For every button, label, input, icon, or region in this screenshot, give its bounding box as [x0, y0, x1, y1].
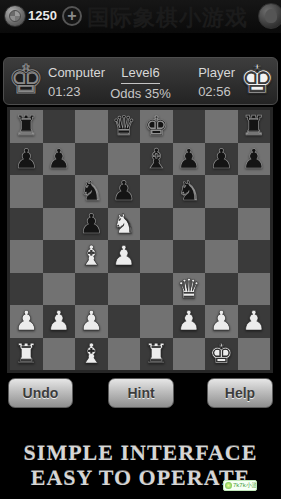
square-e3[interactable] — [140, 273, 173, 306]
square-c8[interactable] — [75, 110, 108, 143]
square-c3[interactable] — [75, 273, 108, 306]
piece-black-king: ♚ — [144, 110, 168, 142]
board-frame: ♜♛♚♜♟♟♝♟♟♟♞♟♞♟♞♝♟♛♟♟♟♟♟♟♜♝♜♚ — [7, 107, 273, 373]
square-h3[interactable] — [238, 273, 271, 306]
square-b1[interactable] — [43, 338, 76, 371]
piece-black-pawn: ♟ — [242, 143, 266, 175]
square-e2[interactable] — [140, 305, 173, 338]
piece-white-pawn: ♟ — [209, 305, 233, 337]
piece-white-bishop: ♝ — [79, 338, 103, 370]
square-h5[interactable] — [238, 208, 271, 241]
add-coins-button[interactable]: + — [62, 6, 82, 26]
help-button[interactable]: Help — [207, 378, 273, 408]
square-a8[interactable]: ♜ — [10, 110, 43, 143]
slogan-line-1: SIMPLE INTERFACE — [0, 440, 281, 466]
square-f3[interactable]: ♛ — [173, 273, 206, 306]
piece-white-king: ♚ — [209, 338, 233, 370]
square-h6[interactable] — [238, 175, 271, 208]
square-c6[interactable]: ♞ — [75, 175, 108, 208]
square-g3[interactable] — [205, 273, 238, 306]
piece-black-queen: ♛ — [112, 110, 136, 142]
player-clock: 02:56 — [198, 82, 235, 101]
square-b3[interactable] — [43, 273, 76, 306]
piece-white-pawn: ♟ — [14, 305, 38, 337]
medal-icon[interactable] — [258, 3, 281, 29]
undo-button[interactable]: Undo — [8, 378, 73, 408]
square-a6[interactable] — [10, 175, 43, 208]
square-e1[interactable]: ♜ — [140, 338, 173, 371]
coin-icon — [4, 5, 26, 27]
square-g7[interactable]: ♟ — [205, 143, 238, 176]
square-a4[interactable] — [10, 240, 43, 273]
watermark-icon — [225, 482, 232, 489]
piece-white-bishop: ♝ — [79, 240, 103, 272]
piece-black-pawn: ♟ — [177, 143, 201, 175]
square-a5[interactable] — [10, 208, 43, 241]
square-f8[interactable] — [173, 110, 206, 143]
square-d5[interactable]: ♞ — [108, 208, 141, 241]
game-status-panel: ♚ Computer 01:23 Level6 Odds 35% Player … — [3, 57, 278, 105]
square-c2[interactable]: ♟ — [75, 305, 108, 338]
square-a1[interactable]: ♜ — [10, 338, 43, 371]
piece-black-pawn: ♟ — [209, 143, 233, 175]
square-e4[interactable] — [140, 240, 173, 273]
square-b5[interactable] — [43, 208, 76, 241]
piece-white-rook: ♜ — [14, 338, 38, 370]
square-a3[interactable] — [10, 273, 43, 306]
square-g8[interactable] — [205, 110, 238, 143]
square-f5[interactable] — [173, 208, 206, 241]
piece-black-knight: ♞ — [79, 175, 103, 207]
piece-black-pawn: ♟ — [47, 143, 71, 175]
watermark-badge: 7k7k小游戏 — [223, 480, 257, 491]
square-h2[interactable]: ♟ — [238, 305, 271, 338]
square-a2[interactable]: ♟ — [10, 305, 43, 338]
square-e7[interactable]: ♝ — [140, 143, 173, 176]
top-bar: 1250 + 国际象棋小游戏 — [0, 0, 281, 33]
watermark-text: 7k7k小游戏 — [233, 481, 257, 490]
piece-black-pawn: ♟ — [112, 175, 136, 207]
square-b7[interactable]: ♟ — [43, 143, 76, 176]
piece-white-pawn: ♟ — [177, 305, 201, 337]
app-title: 国际象棋小游戏 — [87, 3, 248, 33]
square-d7[interactable] — [108, 143, 141, 176]
piece-black-bishop: ♝ — [144, 143, 168, 175]
square-h4[interactable] — [238, 240, 271, 273]
square-e5[interactable] — [140, 208, 173, 241]
chess-board: ♜♛♚♜♟♟♝♟♟♟♞♟♞♟♞♝♟♛♟♟♟♟♟♟♜♝♜♚ — [10, 110, 270, 370]
piece-white-rook: ♜ — [144, 338, 168, 370]
player-label: Player — [198, 63, 235, 82]
square-f7[interactable]: ♟ — [173, 143, 206, 176]
piece-white-pawn: ♟ — [47, 305, 71, 337]
square-b6[interactable] — [43, 175, 76, 208]
square-f2[interactable]: ♟ — [173, 305, 206, 338]
square-b8[interactable] — [43, 110, 76, 143]
square-f4[interactable] — [173, 240, 206, 273]
piece-black-rook: ♜ — [242, 110, 266, 142]
white-king-icon: ♚ — [239, 57, 275, 101]
square-d6[interactable]: ♟ — [108, 175, 141, 208]
square-b4[interactable] — [43, 240, 76, 273]
square-d4[interactable]: ♟ — [108, 240, 141, 273]
square-e6[interactable] — [140, 175, 173, 208]
level-label[interactable]: Level6 — [121, 63, 159, 84]
odds-label: Odds 35% — [4, 84, 277, 103]
square-a7[interactable]: ♟ — [10, 143, 43, 176]
square-c5[interactable]: ♟ — [75, 208, 108, 241]
square-b2[interactable]: ♟ — [43, 305, 76, 338]
square-h8[interactable]: ♜ — [238, 110, 271, 143]
piece-white-queen: ♛ — [177, 273, 201, 305]
square-d2[interactable] — [108, 305, 141, 338]
square-h7[interactable]: ♟ — [238, 143, 271, 176]
piece-white-pawn: ♟ — [79, 305, 103, 337]
square-g5[interactable] — [205, 208, 238, 241]
square-e8[interactable]: ♚ — [140, 110, 173, 143]
piece-black-pawn: ♟ — [14, 143, 38, 175]
piece-black-pawn: ♟ — [79, 208, 103, 240]
square-f1[interactable] — [173, 338, 206, 371]
piece-white-knight: ♞ — [112, 208, 136, 240]
square-h1[interactable] — [238, 338, 271, 371]
piece-black-knight: ♞ — [177, 175, 201, 207]
square-c1[interactable]: ♝ — [75, 338, 108, 371]
piece-black-rook: ♜ — [14, 110, 38, 142]
square-g4[interactable] — [205, 240, 238, 273]
square-d8[interactable]: ♛ — [108, 110, 141, 143]
square-g2[interactable]: ♟ — [205, 305, 238, 338]
coin-balance: 1250 — [28, 8, 57, 23]
piece-white-pawn: ♟ — [112, 240, 136, 272]
square-c7[interactable] — [75, 143, 108, 176]
square-c4[interactable]: ♝ — [75, 240, 108, 273]
square-g1[interactable]: ♚ — [205, 338, 238, 371]
piece-white-pawn: ♟ — [242, 305, 266, 337]
square-g6[interactable] — [205, 175, 238, 208]
square-d1[interactable] — [108, 338, 141, 371]
square-f6[interactable]: ♞ — [173, 175, 206, 208]
square-d3[interactable] — [108, 273, 141, 306]
hint-button[interactable]: Hint — [108, 378, 174, 408]
